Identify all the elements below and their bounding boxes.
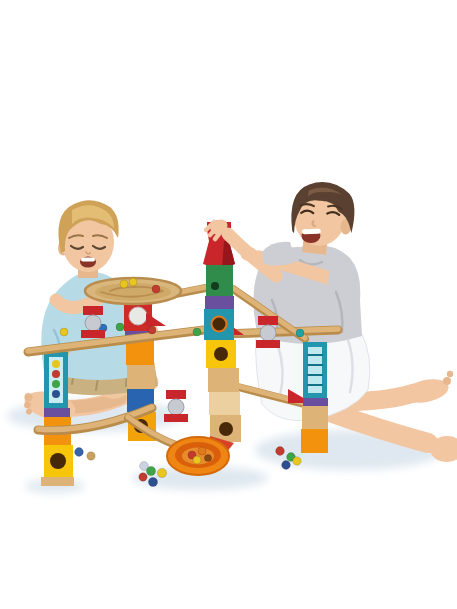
right-boy-toe <box>447 371 453 377</box>
marble <box>193 328 201 336</box>
block-purple <box>205 296 234 309</box>
marble <box>193 456 201 464</box>
marble <box>75 448 84 457</box>
marble <box>276 447 285 456</box>
marble <box>293 457 301 465</box>
marble <box>148 477 157 486</box>
marble <box>116 323 124 331</box>
block-hole <box>50 453 66 469</box>
block-wood-base <box>41 477 74 486</box>
marble <box>157 468 166 477</box>
marble <box>60 328 68 336</box>
marble <box>152 285 160 293</box>
block-wood <box>127 365 155 389</box>
marble <box>282 461 291 470</box>
bell-base <box>256 340 280 348</box>
bell <box>168 399 184 415</box>
bell-cap <box>166 390 186 399</box>
marble <box>198 447 206 455</box>
right-tower <box>301 342 328 453</box>
marble <box>204 454 211 461</box>
block-hole <box>212 317 227 332</box>
marble <box>296 329 304 337</box>
photo-canvas <box>0 0 457 609</box>
block-green <box>206 265 233 296</box>
block-hole <box>214 347 228 361</box>
bell-base <box>81 330 105 338</box>
marble <box>146 466 155 475</box>
block-orange <box>301 429 328 453</box>
bell-block-left <box>81 306 105 338</box>
left-boy-head <box>58 200 119 278</box>
marble <box>120 280 128 288</box>
block-purple <box>303 398 328 406</box>
right-boy-head <box>287 179 357 257</box>
bell <box>260 325 276 341</box>
scene <box>0 0 457 609</box>
right-boy-toe <box>443 377 451 385</box>
block-wood <box>302 406 328 429</box>
ladder-window <box>308 347 322 393</box>
bell-cap <box>83 306 103 315</box>
bell <box>85 315 101 331</box>
right-boy-hand-near <box>241 247 258 261</box>
bell-block-right <box>256 316 280 348</box>
red-wedge <box>146 313 166 326</box>
marble <box>129 278 137 286</box>
block-hole <box>219 422 233 436</box>
marble <box>87 452 95 460</box>
bell-base <box>164 414 188 422</box>
block-white-disc <box>129 307 147 325</box>
bell-block-center <box>164 390 188 422</box>
block-purple <box>44 408 70 417</box>
marble <box>139 473 147 481</box>
bell-cap <box>258 316 278 325</box>
marble <box>148 326 156 334</box>
block-wood <box>208 368 239 392</box>
block-wood <box>209 392 240 415</box>
right-boy-sleeve-left <box>262 242 296 266</box>
block-hole <box>211 282 219 290</box>
